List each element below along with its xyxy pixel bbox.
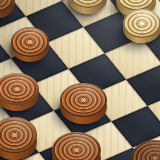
checker-red-piece[interactable] <box>0 73 39 111</box>
checker-top-face-rings <box>123 9 160 38</box>
checker-top-face-rings <box>11 27 49 57</box>
checker-top-face-rings <box>131 140 160 160</box>
checker-light-piece[interactable] <box>123 9 160 43</box>
checker-red-piece[interactable] <box>0 117 37 160</box>
checker-red-piece[interactable] <box>60 83 107 124</box>
checker-red-piece[interactable] <box>0 0 15 18</box>
checker-light-piece[interactable] <box>69 0 107 14</box>
checkers-photo-scene: Wooden checkers board, angled view, red-… <box>0 0 160 160</box>
checker-top-face-rings <box>52 132 101 160</box>
checker-red-piece[interactable] <box>11 27 49 62</box>
checker-top-face-rings <box>60 83 107 117</box>
checker-red-piece[interactable] <box>131 140 160 160</box>
checker-red-piece[interactable] <box>52 132 101 160</box>
